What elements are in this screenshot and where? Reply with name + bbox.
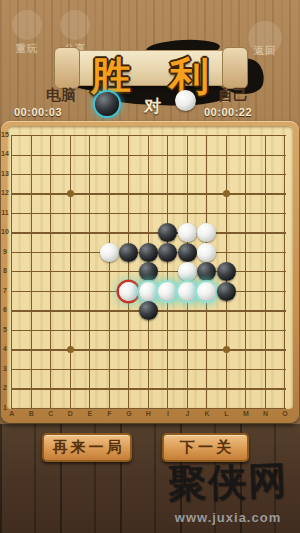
board-cell-O14[interactable] — [275, 145, 295, 165]
white-stone-K9 — [197, 243, 216, 262]
white-stone-H7 — [139, 282, 158, 301]
board-cell-H7[interactable] — [139, 281, 159, 301]
board-cell-A15[interactable] — [2, 125, 22, 145]
board-grid — [2, 125, 295, 418]
board-cell-N6[interactable] — [256, 301, 276, 321]
board-cell-A12[interactable] — [2, 184, 22, 204]
board-cell-J3[interactable] — [178, 359, 198, 379]
board-cell-M8[interactable] — [236, 262, 256, 282]
board-cell-H14[interactable] — [139, 145, 159, 165]
player-right-time: 00:00:22 — [204, 106, 252, 118]
board-cell-D12[interactable] — [61, 184, 81, 204]
board-cell-E1[interactable] — [80, 398, 100, 418]
share-button[interactable] — [60, 10, 90, 40]
board-cell-N2[interactable] — [256, 379, 276, 399]
play-again-button[interactable]: 再来一局 — [42, 433, 132, 462]
board-cell-M12[interactable] — [236, 184, 256, 204]
board-cell-M3[interactable] — [236, 359, 256, 379]
board-cell-H1[interactable] — [139, 398, 159, 418]
board-cell-L1[interactable] — [217, 398, 237, 418]
board-cell-B5[interactable] — [22, 320, 42, 340]
board-cell-N4[interactable] — [256, 340, 276, 360]
board-cell-O3[interactable] — [275, 359, 295, 379]
board-cell-K7[interactable] — [197, 281, 217, 301]
board-cell-C9[interactable] — [41, 242, 61, 262]
board-cell-O9[interactable] — [275, 242, 295, 262]
board-cell-G3[interactable] — [119, 359, 139, 379]
board-cell-I13[interactable] — [158, 164, 178, 184]
board-cell-M11[interactable] — [236, 203, 256, 223]
board-cell-C7[interactable] — [41, 281, 61, 301]
black-stone-K8 — [197, 262, 216, 281]
black-stone-I10 — [158, 223, 177, 242]
player-right-name: 自己 — [218, 86, 248, 105]
board-cell-C1[interactable] — [41, 398, 61, 418]
board-cell-I7[interactable] — [158, 281, 178, 301]
board-cell-K12[interactable] — [197, 184, 217, 204]
board-cell-F1[interactable] — [100, 398, 120, 418]
board-cell-K4[interactable] — [197, 340, 217, 360]
board-cell-O1[interactable] — [275, 398, 295, 418]
board-cell-F11[interactable] — [100, 203, 120, 223]
board-cell-D15[interactable] — [61, 125, 81, 145]
board-cell-I11[interactable] — [158, 203, 178, 223]
board-cell-B2[interactable] — [22, 379, 42, 399]
board-cell-F13[interactable] — [100, 164, 120, 184]
white-stone-J7 — [178, 282, 197, 301]
board-cell-H13[interactable] — [139, 164, 159, 184]
board-cell-L3[interactable] — [217, 359, 237, 379]
board-cell-I4[interactable] — [158, 340, 178, 360]
board-cell-E13[interactable] — [80, 164, 100, 184]
board-cell-I2[interactable] — [158, 379, 178, 399]
board-cell-M9[interactable] — [236, 242, 256, 262]
board-cell-I9[interactable] — [158, 242, 178, 262]
board-cell-K2[interactable] — [197, 379, 217, 399]
board-cell-I3[interactable] — [158, 359, 178, 379]
board-cell-O11[interactable] — [275, 203, 295, 223]
board-cell-F10[interactable] — [100, 223, 120, 243]
board-cell-G15[interactable] — [119, 125, 139, 145]
board-cell-M4[interactable] — [236, 340, 256, 360]
board-cell-E7[interactable] — [80, 281, 100, 301]
board-cell-G4[interactable] — [119, 340, 139, 360]
board-cell-E5[interactable] — [80, 320, 100, 340]
board-cell-N1[interactable] — [256, 398, 276, 418]
board-cell-L11[interactable] — [217, 203, 237, 223]
board-cell-D11[interactable] — [61, 203, 81, 223]
board-cell-N11[interactable] — [256, 203, 276, 223]
board-cell-D9[interactable] — [61, 242, 81, 262]
board-cell-K13[interactable] — [197, 164, 217, 184]
board-cell-H5[interactable] — [139, 320, 159, 340]
board-cell-L12[interactable] — [217, 184, 237, 204]
board-cell-E4[interactable] — [80, 340, 100, 360]
board-cell-E10[interactable] — [80, 223, 100, 243]
board-cell-K11[interactable] — [197, 203, 217, 223]
board-cell-K6[interactable] — [197, 301, 217, 321]
player-left-name: 电脑 — [46, 86, 76, 105]
board-cell-H10[interactable] — [139, 223, 159, 243]
board-cell-N15[interactable] — [256, 125, 276, 145]
board-cell-A5[interactable] — [2, 320, 22, 340]
board-cell-E14[interactable] — [80, 145, 100, 165]
black-stone-J9 — [178, 243, 197, 262]
board-cell-H3[interactable] — [139, 359, 159, 379]
board-cell-G1[interactable] — [119, 398, 139, 418]
board-cell-F12[interactable] — [100, 184, 120, 204]
board-cell-H4[interactable] — [139, 340, 159, 360]
board-cell-K10[interactable] — [197, 223, 217, 243]
board-cell-H11[interactable] — [139, 203, 159, 223]
board-cell-I1[interactable] — [158, 398, 178, 418]
board-cell-A4[interactable] — [2, 340, 22, 360]
board-cell-F6[interactable] — [100, 301, 120, 321]
board-cell-J5[interactable] — [178, 320, 198, 340]
board-cell-I5[interactable] — [158, 320, 178, 340]
board-cell-B6[interactable] — [22, 301, 42, 321]
black-stone-L7 — [217, 282, 236, 301]
board-cell-N8[interactable] — [256, 262, 276, 282]
black-stone-I9 — [158, 243, 177, 262]
board-cell-K8[interactable] — [197, 262, 217, 282]
board-cell-O10[interactable] — [275, 223, 295, 243]
board-cell-O15[interactable] — [275, 125, 295, 145]
board-cell-M6[interactable] — [236, 301, 256, 321]
board-cell-A3[interactable] — [2, 359, 22, 379]
black-stone-G9 — [119, 243, 138, 262]
board-cell-E11[interactable] — [80, 203, 100, 223]
board-cell-C2[interactable] — [41, 379, 61, 399]
board-cell-G2[interactable] — [119, 379, 139, 399]
board-cell-E8[interactable] — [80, 262, 100, 282]
white-stone-J8 — [178, 262, 197, 281]
board-cell-D14[interactable] — [61, 145, 81, 165]
board-cell-B9[interactable] — [22, 242, 42, 262]
black-stone-H9 — [139, 243, 158, 262]
board-cell-L15[interactable] — [217, 125, 237, 145]
board-cell-N12[interactable] — [256, 184, 276, 204]
board-cell-I8[interactable] — [158, 262, 178, 282]
board-cell-C11[interactable] — [41, 203, 61, 223]
board-cell-N5[interactable] — [256, 320, 276, 340]
board-cell-J8[interactable] — [178, 262, 198, 282]
board-cell-O6[interactable] — [275, 301, 295, 321]
board-cell-B10[interactable] — [22, 223, 42, 243]
board-cell-H12[interactable] — [139, 184, 159, 204]
board-cell-H15[interactable] — [139, 125, 159, 145]
board-cell-G9[interactable] — [119, 242, 139, 262]
board-cell-L7[interactable] — [217, 281, 237, 301]
board-cell-L8[interactable] — [217, 262, 237, 282]
board-cell-H2[interactable] — [139, 379, 159, 399]
board-cell-J12[interactable] — [178, 184, 198, 204]
board-cell-C15[interactable] — [41, 125, 61, 145]
board-cell-C3[interactable] — [41, 359, 61, 379]
black-stone-L8 — [217, 262, 236, 281]
board-cell-A10[interactable] — [2, 223, 22, 243]
board-cell-D13[interactable] — [61, 164, 81, 184]
board-cell-C5[interactable] — [41, 320, 61, 340]
board-cell-A2[interactable] — [2, 379, 22, 399]
board-cell-J2[interactable] — [178, 379, 198, 399]
replay-button[interactable] — [12, 10, 42, 40]
board-cell-E3[interactable] — [80, 359, 100, 379]
black-stone-H8 — [139, 262, 158, 281]
board-cell-G8[interactable] — [119, 262, 139, 282]
board-cell-F4[interactable] — [100, 340, 120, 360]
board-cell-C14[interactable] — [41, 145, 61, 165]
board-cell-D8[interactable] — [61, 262, 81, 282]
board-cell-F5[interactable] — [100, 320, 120, 340]
board-cell-F8[interactable] — [100, 262, 120, 282]
board-cell-E2[interactable] — [80, 379, 100, 399]
board-cell-O12[interactable] — [275, 184, 295, 204]
board-cell-O8[interactable] — [275, 262, 295, 282]
board-cell-L2[interactable] — [217, 379, 237, 399]
board-cell-G14[interactable] — [119, 145, 139, 165]
board-cell-J4[interactable] — [178, 340, 198, 360]
board-cell-B1[interactable] — [22, 398, 42, 418]
board-cell-L6[interactable] — [217, 301, 237, 321]
board-cell-L13[interactable] — [217, 164, 237, 184]
player-left-time: 00:00:03 — [14, 106, 62, 118]
board-cell-D4[interactable] — [61, 340, 81, 360]
board-cell-M2[interactable] — [236, 379, 256, 399]
board-cell-M13[interactable] — [236, 164, 256, 184]
board-cell-M5[interactable] — [236, 320, 256, 340]
white-stone-F9 — [100, 243, 119, 262]
board-cell-D3[interactable] — [61, 359, 81, 379]
board-cell-H9[interactable] — [139, 242, 159, 262]
board-cell-N13[interactable] — [256, 164, 276, 184]
board-cell-N10[interactable] — [256, 223, 276, 243]
board-cell-O5[interactable] — [275, 320, 295, 340]
board-cell-F2[interactable] — [100, 379, 120, 399]
board-cell-K1[interactable] — [197, 398, 217, 418]
board-cell-D10[interactable] — [61, 223, 81, 243]
board-cell-F14[interactable] — [100, 145, 120, 165]
board-cell-J11[interactable] — [178, 203, 198, 223]
board-cell-B4[interactable] — [22, 340, 42, 360]
board-cell-D1[interactable] — [61, 398, 81, 418]
board-cell-K15[interactable] — [197, 125, 217, 145]
board-cell-F15[interactable] — [100, 125, 120, 145]
board-cell-I6[interactable] — [158, 301, 178, 321]
white-stone-K10 — [197, 223, 216, 242]
board-cell-B13[interactable] — [22, 164, 42, 184]
board-cell-O7[interactable] — [275, 281, 295, 301]
board-cell-O13[interactable] — [275, 164, 295, 184]
board-cell-E9[interactable] — [80, 242, 100, 262]
board-cell-D5[interactable] — [61, 320, 81, 340]
vs-label: 对 — [144, 95, 161, 118]
board-cell-A14[interactable] — [2, 145, 22, 165]
board-cell-G12[interactable] — [119, 184, 139, 204]
board-cell-E15[interactable] — [80, 125, 100, 145]
white-stone-I7 — [158, 282, 177, 301]
board-cell-M10[interactable] — [236, 223, 256, 243]
board-cell-H8[interactable] — [139, 262, 159, 282]
board-cell-C10[interactable] — [41, 223, 61, 243]
board-cell-L4[interactable] — [217, 340, 237, 360]
board-cell-O4[interactable] — [275, 340, 295, 360]
board-cell-B3[interactable] — [22, 359, 42, 379]
board-cell-J9[interactable] — [178, 242, 198, 262]
board-cell-O2[interactable] — [275, 379, 295, 399]
board-cell-D7[interactable] — [61, 281, 81, 301]
board-cell-G13[interactable] — [119, 164, 139, 184]
board-cell-L14[interactable] — [217, 145, 237, 165]
board-cell-K5[interactable] — [197, 320, 217, 340]
board-cell-C12[interactable] — [41, 184, 61, 204]
board-cell-L10[interactable] — [217, 223, 237, 243]
board-cell-L5[interactable] — [217, 320, 237, 340]
board-cell-C6[interactable] — [41, 301, 61, 321]
board-cell-K9[interactable] — [197, 242, 217, 262]
board-cell-M7[interactable] — [236, 281, 256, 301]
board-cell-F7[interactable] — [100, 281, 120, 301]
board-cell-J15[interactable] — [178, 125, 198, 145]
board-cell-I12[interactable] — [158, 184, 178, 204]
board-cell-G6[interactable] — [119, 301, 139, 321]
board-cell-G10[interactable] — [119, 223, 139, 243]
board-cell-A1[interactable] — [2, 398, 22, 418]
board-cell-E12[interactable] — [80, 184, 100, 204]
board-cell-N7[interactable] — [256, 281, 276, 301]
next-level-button[interactable]: 下一关 — [162, 433, 249, 462]
board-cell-K3[interactable] — [197, 359, 217, 379]
board-cell-A9[interactable] — [2, 242, 22, 262]
board-cell-N3[interactable] — [256, 359, 276, 379]
board-cell-B15[interactable] — [22, 125, 42, 145]
board-cell-C8[interactable] — [41, 262, 61, 282]
board-cell-M15[interactable] — [236, 125, 256, 145]
board-cell-J6[interactable] — [178, 301, 198, 321]
board-cell-M14[interactable] — [236, 145, 256, 165]
board-cell-B12[interactable] — [22, 184, 42, 204]
board-cell-I10[interactable] — [158, 223, 178, 243]
board-cell-J14[interactable] — [178, 145, 198, 165]
board-cell-K14[interactable] — [197, 145, 217, 165]
board-cell-A6[interactable] — [2, 301, 22, 321]
board-cell-I15[interactable] — [158, 125, 178, 145]
board-cell-J7[interactable] — [178, 281, 198, 301]
board-cell-B7[interactable] — [22, 281, 42, 301]
board-cell-C4[interactable] — [41, 340, 61, 360]
board-cell-G7[interactable] — [119, 281, 139, 301]
white-stone-icon — [175, 90, 196, 111]
board-cell-A11[interactable] — [2, 203, 22, 223]
white-stone-G7 — [119, 282, 138, 301]
board-cell-L9[interactable] — [217, 242, 237, 262]
white-stone-J10 — [178, 223, 197, 242]
board-cell-I14[interactable] — [158, 145, 178, 165]
white-stone-K7 — [197, 282, 216, 301]
board-cell-B8[interactable] — [22, 262, 42, 282]
board-cell-J13[interactable] — [178, 164, 198, 184]
board-cell-H6[interactable] — [139, 301, 159, 321]
board-cell-G11[interactable] — [119, 203, 139, 223]
board-cell-M1[interactable] — [236, 398, 256, 418]
board-cell-J10[interactable] — [178, 223, 198, 243]
black-stone-icon — [95, 92, 119, 116]
board-cell-F9[interactable] — [100, 242, 120, 262]
board-cell-B11[interactable] — [22, 203, 42, 223]
board-cell-J1[interactable] — [178, 398, 198, 418]
board-cell-A8[interactable] — [2, 262, 22, 282]
board-cell-D6[interactable] — [61, 301, 81, 321]
board-cell-A7[interactable] — [2, 281, 22, 301]
board-cell-D2[interactable] — [61, 379, 81, 399]
board-cell-N9[interactable] — [256, 242, 276, 262]
board-cell-E6[interactable] — [80, 301, 100, 321]
board-cell-B14[interactable] — [22, 145, 42, 165]
board-cell-A13[interactable] — [2, 164, 22, 184]
board-cell-G5[interactable] — [119, 320, 139, 340]
board-cell-F3[interactable] — [100, 359, 120, 379]
black-stone-H6 — [139, 301, 158, 320]
board-cell-N14[interactable] — [256, 145, 276, 165]
board-cell-C13[interactable] — [41, 164, 61, 184]
